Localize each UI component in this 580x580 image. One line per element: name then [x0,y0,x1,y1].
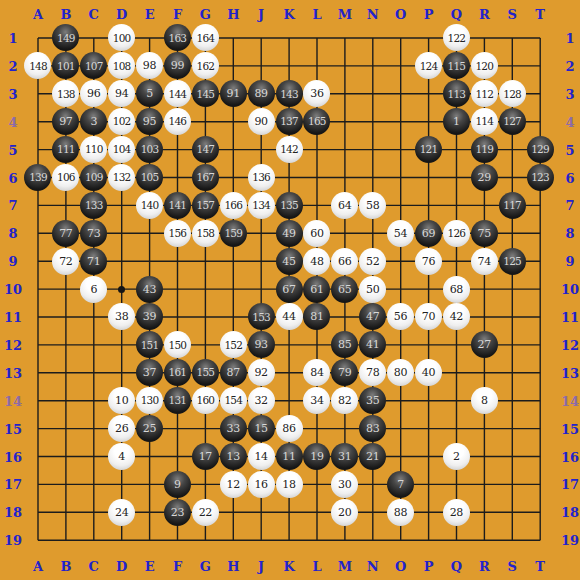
move-number: 128 [503,89,521,100]
move-number: 111 [57,144,75,155]
stone-O17: 7 [387,471,414,498]
move-number: 92 [254,367,267,378]
stone-G3: 145 [192,80,219,107]
move-number: 73 [87,228,100,239]
row-label-left-18: 18 [4,506,22,519]
move-number: 14 [254,451,267,462]
stone-L8: 60 [303,220,330,247]
stone-R9: 74 [471,248,498,275]
stone-F8: 156 [164,220,191,247]
move-number: 108 [113,61,131,72]
row-label-left-13: 13 [4,366,22,379]
stone-L16: 19 [303,443,330,470]
move-number: 44 [282,311,295,322]
stone-B4: 97 [52,108,79,135]
move-number: 41 [366,339,379,350]
row-label-right-9: 9 [565,255,574,268]
col-label-top-S: S [508,8,517,21]
stone-G1: 164 [192,24,219,51]
stone-R5: 119 [471,136,498,163]
stone-K3: 143 [276,80,303,107]
stone-N9: 52 [359,248,386,275]
stone-E14: 130 [136,387,163,414]
stone-N15: 83 [359,415,386,442]
move-number: 163 [169,33,187,44]
stone-C5: 110 [80,136,107,163]
move-number: 110 [85,144,103,155]
move-number: 148 [29,61,47,72]
stone-G16: 17 [192,443,219,470]
stone-B9: 72 [52,248,79,275]
move-number: 161 [169,367,187,378]
stone-B8: 77 [52,220,79,247]
stone-C8: 73 [80,220,107,247]
stone-F4: 146 [164,108,191,135]
stone-N10: 50 [359,276,386,303]
move-number: 61 [310,284,323,295]
col-label-bottom-N: N [367,560,379,573]
move-number: 42 [450,311,463,322]
move-number: 12 [227,479,240,490]
stone-K16: 11 [276,443,303,470]
col-label-bottom-K: K [283,560,294,573]
move-number: 106 [57,172,75,183]
row-label-right-2: 2 [565,59,574,72]
stone-K7: 135 [276,192,303,219]
move-number: 114 [475,116,493,127]
move-number: 69 [422,228,435,239]
stone-P13: 40 [415,359,442,386]
stone-Q3: 113 [443,80,470,107]
stone-T5: 129 [527,136,554,163]
stone-E15: 25 [136,415,163,442]
stone-J12: 93 [248,331,275,358]
row-label-right-6: 6 [565,171,574,184]
move-number: 52 [366,256,379,267]
move-number: 149 [57,33,75,44]
stone-L11: 81 [303,303,330,330]
stone-E10: 43 [136,276,163,303]
row-label-right-5: 5 [565,143,574,156]
row-label-left-7: 7 [8,199,17,212]
move-number: 91 [227,88,240,99]
stone-D15: 26 [108,415,135,442]
stone-D14: 10 [108,387,135,414]
stone-N14: 35 [359,387,386,414]
move-number: 153 [252,312,270,323]
stone-E7: 140 [136,192,163,219]
stone-O18: 88 [387,499,414,526]
stone-R6: 29 [471,164,498,191]
move-number: 142 [280,144,298,155]
stone-N7: 58 [359,192,386,219]
stone-P5: 121 [415,136,442,163]
move-number: 138 [57,89,75,100]
move-number: 101 [57,61,75,72]
stone-D3: 94 [108,80,135,107]
row-label-left-19: 19 [4,534,22,547]
col-label-top-J: J [258,8,264,21]
col-label-bottom-L: L [312,560,321,573]
move-number: 56 [394,311,407,322]
stone-O13: 80 [387,359,414,386]
move-number: 131 [169,395,187,406]
stone-H12: 152 [220,331,247,358]
move-number: 126 [448,228,466,239]
move-number: 145 [197,89,215,100]
move-number: 72 [59,256,72,267]
col-label-bottom-J: J [258,560,264,573]
move-number: 47 [366,311,379,322]
move-number: 13 [227,451,240,462]
stone-K15: 86 [276,415,303,442]
move-number: 19 [310,451,323,462]
move-number: 71 [87,256,100,267]
move-number: 31 [338,451,351,462]
move-number: 146 [169,116,187,127]
stone-G6: 167 [192,164,219,191]
stone-F3: 144 [164,80,191,107]
move-number: 54 [394,228,407,239]
stone-K9: 45 [276,248,303,275]
move-number: 8 [481,395,488,406]
col-label-top-L: L [312,8,321,21]
move-number: 27 [478,339,491,350]
move-number: 32 [254,395,267,406]
stone-J13: 92 [248,359,275,386]
stone-R8: 75 [471,220,498,247]
col-label-bottom-O: O [395,560,406,573]
col-label-top-A: A [33,8,43,21]
col-label-top-R: R [479,8,490,21]
stone-R14: 8 [471,387,498,414]
stone-Q16: 2 [443,443,470,470]
col-label-bottom-C: C [89,560,99,573]
stone-K5: 142 [276,136,303,163]
move-number: 89 [254,88,267,99]
move-number: 99 [171,60,184,71]
move-number: 134 [252,200,270,211]
col-label-top-N: N [367,8,379,21]
row-label-right-16: 16 [561,450,579,463]
stone-D18: 24 [108,499,135,526]
row-label-left-9: 9 [8,255,17,268]
stone-C7: 133 [80,192,107,219]
stone-K10: 67 [276,276,303,303]
move-number: 121 [420,144,438,155]
move-number: 96 [87,88,100,99]
move-number: 4 [118,451,125,462]
stone-L10: 61 [303,276,330,303]
move-number: 119 [475,144,493,155]
row-label-right-18: 18 [561,506,579,519]
move-number: 58 [366,200,379,211]
move-number: 103 [141,144,159,155]
col-label-top-H: H [227,8,239,21]
move-number: 154 [224,395,242,406]
col-label-bottom-R: R [479,560,490,573]
move-number: 40 [422,367,435,378]
stone-R3: 112 [471,80,498,107]
stone-C9: 71 [80,248,107,275]
stone-P8: 69 [415,220,442,247]
stone-Q4: 1 [443,108,470,135]
stone-C3: 96 [80,80,107,107]
move-number: 2 [453,451,460,462]
move-number: 16 [254,479,267,490]
col-label-bottom-F: F [173,560,182,573]
move-number: 70 [422,311,435,322]
row-label-right-17: 17 [561,478,579,491]
row-label-left-16: 16 [4,450,22,463]
stone-F12: 150 [164,331,191,358]
stone-N16: 21 [359,443,386,470]
row-label-left-14: 14 [4,394,22,407]
move-number: 10 [115,395,128,406]
move-number: 123 [531,172,549,183]
col-label-top-E: E [145,8,155,21]
move-number: 33 [227,423,240,434]
row-label-left-15: 15 [4,422,22,435]
move-number: 136 [252,172,270,183]
col-label-top-K: K [283,8,294,21]
stone-S9: 125 [499,248,526,275]
move-number: 26 [115,423,128,434]
stone-K4: 137 [276,108,303,135]
stone-G2: 162 [192,52,219,79]
stone-E4: 95 [136,108,163,135]
move-number: 122 [448,33,466,44]
stone-L3: 36 [303,80,330,107]
row-label-left-2: 2 [8,59,17,72]
stone-R4: 114 [471,108,498,135]
move-number: 165 [308,116,326,127]
move-number: 82 [338,395,351,406]
stone-K17: 18 [276,471,303,498]
stone-M16: 31 [331,443,358,470]
stone-M17: 30 [331,471,358,498]
move-number: 68 [450,284,463,295]
move-number: 48 [310,256,323,267]
move-number: 86 [282,423,295,434]
move-number: 104 [113,144,131,155]
stone-B3: 138 [52,80,79,107]
move-number: 140 [141,200,159,211]
move-number: 127 [503,116,521,127]
col-label-bottom-P: P [424,560,434,573]
stone-D11: 38 [108,303,135,330]
move-number: 133 [85,200,103,211]
move-number: 80 [394,367,407,378]
move-number: 79 [338,367,351,378]
row-label-right-19: 19 [561,534,579,547]
col-label-bottom-T: T [535,560,545,573]
col-label-top-P: P [424,8,434,21]
stone-N13: 78 [359,359,386,386]
stone-E11: 39 [136,303,163,330]
stone-E13: 37 [136,359,163,386]
move-number: 120 [475,61,493,72]
row-label-right-1: 1 [565,32,574,45]
move-number: 147 [197,144,215,155]
stone-M12: 85 [331,331,358,358]
move-number: 159 [224,228,242,239]
move-number: 75 [478,228,491,239]
move-number: 9 [174,479,181,490]
move-number: 37 [143,367,156,378]
stone-J16: 14 [248,443,275,470]
stone-C6: 109 [80,164,107,191]
move-number: 49 [282,228,295,239]
move-number: 23 [171,507,184,518]
stone-M14: 82 [331,387,358,414]
move-number: 30 [338,479,351,490]
col-label-top-G: G [200,8,211,21]
move-number: 78 [366,367,379,378]
stone-E12: 151 [136,331,163,358]
stone-G18: 22 [192,499,219,526]
move-number: 38 [115,311,128,322]
stone-F13: 161 [164,359,191,386]
stone-R2: 120 [471,52,498,79]
move-number: 5 [146,88,153,99]
move-number: 74 [478,256,491,267]
stone-M9: 66 [331,248,358,275]
move-number: 24 [115,507,128,518]
move-number: 112 [475,89,493,100]
row-label-right-4: 4 [565,115,574,128]
col-label-bottom-G: G [200,560,211,573]
col-label-top-C: C [89,8,99,21]
move-number: 105 [141,172,159,183]
stone-D5: 104 [108,136,135,163]
stone-O11: 56 [387,303,414,330]
row-label-right-11: 11 [561,311,579,324]
stone-F17: 9 [164,471,191,498]
move-number: 28 [450,507,463,518]
stone-G14: 160 [192,387,219,414]
stone-F2: 99 [164,52,191,79]
move-number: 139 [29,172,47,183]
stone-D4: 102 [108,108,135,135]
move-number: 66 [338,256,351,267]
stone-G13: 155 [192,359,219,386]
stone-S3: 128 [499,80,526,107]
stone-F14: 131 [164,387,191,414]
col-label-top-B: B [60,8,71,21]
move-number: 6 [90,284,97,295]
row-label-left-1: 1 [8,32,17,45]
move-number: 22 [199,507,212,518]
row-label-left-11: 11 [4,311,22,324]
stone-C2: 107 [80,52,107,79]
move-number: 135 [280,200,298,211]
stone-P9: 76 [415,248,442,275]
move-number: 83 [366,423,379,434]
move-number: 150 [169,340,187,351]
move-number: 115 [448,61,466,72]
row-label-left-6: 6 [8,171,17,184]
stone-D2: 108 [108,52,135,79]
stone-D6: 132 [108,164,135,191]
stone-L14: 34 [303,387,330,414]
stone-O8: 54 [387,220,414,247]
stone-A2: 148 [24,52,51,79]
move-number: 43 [143,284,156,295]
col-label-bottom-E: E [145,560,155,573]
stone-F1: 163 [164,24,191,51]
move-number: 29 [478,172,491,183]
stone-N12: 41 [359,331,386,358]
stone-H7: 166 [220,192,247,219]
stone-J4: 90 [248,108,275,135]
row-label-left-10: 10 [4,283,22,296]
stone-M18: 20 [331,499,358,526]
stone-D16: 4 [108,443,135,470]
stone-G5: 147 [192,136,219,163]
stone-J6: 136 [248,164,275,191]
stone-A6: 139 [24,164,51,191]
stone-E6: 105 [136,164,163,191]
move-number: 107 [85,61,103,72]
move-number: 164 [197,33,215,44]
row-label-left-17: 17 [4,478,22,491]
move-number: 11 [282,451,295,462]
col-label-bottom-H: H [227,560,239,573]
stone-D1: 100 [108,24,135,51]
move-number: 129 [531,144,549,155]
stone-H3: 91 [220,80,247,107]
stone-K8: 49 [276,220,303,247]
move-number: 167 [197,172,215,183]
move-number: 132 [113,172,131,183]
stone-C4: 3 [80,108,107,135]
move-number: 157 [197,200,215,211]
stone-F18: 23 [164,499,191,526]
move-number: 7 [397,479,404,490]
move-number: 50 [366,284,379,295]
col-label-bottom-D: D [116,560,127,573]
stone-J11: 153 [248,303,275,330]
stone-N11: 47 [359,303,386,330]
move-number: 158 [197,228,215,239]
move-number: 3 [90,116,97,127]
move-number: 60 [310,228,323,239]
move-number: 90 [254,116,267,127]
stone-B5: 111 [52,136,79,163]
move-number: 65 [338,284,351,295]
move-number: 98 [143,60,156,71]
move-number: 162 [197,61,215,72]
stone-Q11: 42 [443,303,470,330]
move-number: 36 [310,88,323,99]
col-label-top-F: F [173,8,182,21]
stone-H13: 87 [220,359,247,386]
move-number: 45 [282,256,295,267]
move-number: 156 [169,228,187,239]
row-label-left-12: 12 [4,338,22,351]
col-label-top-O: O [395,8,406,21]
row-label-left-5: 5 [8,143,17,156]
stone-H8: 159 [220,220,247,247]
stone-R12: 27 [471,331,498,358]
stone-J3: 89 [248,80,275,107]
row-label-right-12: 12 [561,338,579,351]
stone-grid: 1491001631641221481011071089899162124115… [24,24,554,554]
stone-Q2: 115 [443,52,470,79]
go-board: 1491001631641221481011071089899162124115… [0,0,580,580]
stone-Q1: 122 [443,24,470,51]
